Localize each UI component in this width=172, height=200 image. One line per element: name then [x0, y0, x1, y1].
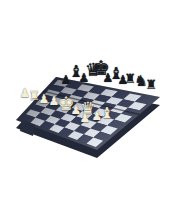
board-lighting: [16, 77, 160, 150]
chess-set-product-photo: ♟♝♟♛♚♟♝♟♜♞♜♟♜♟♟♚♟♛♟♝♟: [0, 0, 172, 200]
chess-board: [0, 0, 172, 200]
